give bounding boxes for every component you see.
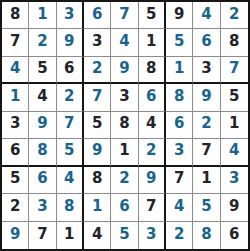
given-digit: 3 [92,34,102,49]
given-digit: 3 [201,61,211,76]
cell-r3c1[interactable]: 4 [2,57,29,84]
cell-r8c2[interactable]: 3 [29,194,56,221]
user-digit: 6 [201,34,211,49]
cell-r6c7[interactable]: 3 [166,139,193,166]
user-digit: 4 [64,171,74,186]
cell-r8c9[interactable]: 9 [221,194,248,221]
user-digit: 3 [37,199,47,214]
given-digit: 4 [146,116,156,131]
cell-r2c3[interactable]: 9 [57,29,84,56]
cell-r7c6[interactable]: 9 [139,167,166,194]
cell-r1c8[interactable]: 4 [193,2,220,29]
cell-r8c4[interactable]: 1 [84,194,111,221]
user-digit: 9 [10,227,20,242]
cell-r1c2[interactable]: 1 [29,2,56,29]
given-digit: 5 [146,7,156,22]
cell-r2c4[interactable]: 3 [84,29,111,56]
cell-r9c6[interactable]: 3 [139,222,166,249]
user-digit: 2 [229,7,239,22]
cell-r6c4[interactable]: 9 [84,139,111,166]
cell-r4c3[interactable]: 2 [57,84,84,111]
given-digit: 5 [229,89,239,104]
cell-r4c5[interactable]: 3 [111,84,138,111]
given-digit: 8 [10,7,20,22]
cell-r9c2[interactable]: 7 [29,222,56,249]
given-digit: 7 [174,171,184,186]
given-digit: 5 [10,171,20,186]
cell-r8c5[interactable]: 6 [111,194,138,221]
cell-r3c6[interactable]: 8 [139,57,166,84]
cell-r8c3[interactable]: 8 [57,194,84,221]
cell-r1c9[interactable]: 2 [221,2,248,29]
user-digit: 5 [174,34,184,49]
user-digit: 7 [92,89,102,104]
cell-r1c4[interactable]: 6 [84,2,111,29]
user-digit: 3 [64,7,74,22]
cell-r2c6[interactable]: 1 [139,29,166,56]
cell-r1c7[interactable]: 9 [166,2,193,29]
cell-r7c4[interactable]: 8 [84,167,111,194]
cell-r6c5[interactable]: 1 [111,139,138,166]
given-digit: 8 [229,34,239,49]
user-digit: 4 [174,199,184,214]
cell-r5c9[interactable]: 1 [221,112,248,139]
cell-r8c6[interactable]: 7 [139,194,166,221]
user-digit: 2 [119,171,129,186]
given-digit: 6 [64,61,74,76]
given-digit: 7 [10,34,20,49]
cell-r9c1[interactable]: 9 [2,222,29,249]
user-digit: 2 [37,34,47,49]
user-digit: 8 [37,143,47,158]
cell-r3c2[interactable]: 5 [29,57,56,84]
user-digit: 4 [201,7,211,22]
user-digit: 7 [229,61,239,76]
cell-r6c9[interactable]: 4 [221,139,248,166]
cell-r2c7[interactable]: 5 [166,29,193,56]
user-digit: 4 [119,34,129,49]
cell-r3c4[interactable]: 2 [84,57,111,84]
cell-r6c6[interactable]: 2 [139,139,166,166]
given-digit: 4 [92,227,102,242]
cell-r6c8[interactable]: 7 [193,139,220,166]
cell-r3c7[interactable]: 1 [166,57,193,84]
given-digit: 6 [229,227,239,242]
user-digit: 7 [64,116,74,131]
cell-r5c3[interactable]: 7 [57,112,84,139]
cell-r1c3[interactable]: 3 [57,2,84,29]
cell-r9c9[interactable]: 6 [221,222,248,249]
given-digit: 9 [229,199,239,214]
cell-r9c4[interactable]: 4 [84,222,111,249]
user-digit: 2 [174,227,184,242]
cell-r7c9[interactable]: 3 [221,167,248,194]
cell-r1c6[interactable]: 5 [139,2,166,29]
cell-r4c9[interactable]: 5 [221,84,248,111]
user-digit: 1 [174,61,184,76]
cell-r7c5[interactable]: 2 [111,167,138,194]
cell-r3c3[interactable]: 6 [57,57,84,84]
cell-r4c6[interactable]: 6 [139,84,166,111]
cell-r3c9[interactable]: 7 [221,57,248,84]
given-digit: 1 [64,227,74,242]
cell-r3c8[interactable]: 3 [193,57,220,84]
user-digit: 9 [201,89,211,104]
user-digit: 4 [10,61,20,76]
sudoku-board: 8136759427293415684562981371427368953975… [0,0,250,251]
cell-r4c2[interactable]: 4 [29,84,56,111]
cell-r4c4[interactable]: 7 [84,84,111,111]
given-digit: 2 [10,199,20,214]
user-digit: 8 [201,227,211,242]
given-digit: 9 [174,7,184,22]
cell-r9c8[interactable]: 8 [193,222,220,249]
given-digit: 3 [10,116,20,131]
given-digit: 5 [37,61,47,76]
given-digit: 1 [201,171,211,186]
cell-r6c3[interactable]: 5 [57,139,84,166]
given-digit: 1 [146,34,156,49]
user-digit: 5 [201,199,211,214]
given-digit: 6 [10,143,20,158]
given-digit: 1 [229,116,239,131]
given-digit: 8 [92,171,102,186]
cell-r1c1[interactable]: 8 [2,2,29,29]
user-digit: 9 [37,116,47,131]
cell-r5c4[interactable]: 5 [84,112,111,139]
user-digit: 2 [64,89,74,104]
cell-r5c5[interactable]: 8 [111,112,138,139]
given-digit: 7 [201,143,211,158]
user-digit: 5 [64,143,74,158]
user-digit: 6 [119,199,129,214]
cell-r7c8[interactable]: 1 [193,167,220,194]
cell-r2c8[interactable]: 6 [193,29,220,56]
given-digit: 8 [146,61,156,76]
user-digit: 4 [229,143,239,158]
user-digit: 1 [92,199,102,214]
cell-r2c2[interactable]: 2 [29,29,56,56]
given-digit: 7 [37,227,47,242]
user-digit: 2 [92,61,102,76]
cell-r2c9[interactable]: 8 [221,29,248,56]
cell-r2c5[interactable]: 4 [111,29,138,56]
cell-r6c1[interactable]: 6 [2,139,29,166]
cell-r5c2[interactable]: 9 [29,112,56,139]
cell-r5c1[interactable]: 3 [2,112,29,139]
cell-r3c5[interactable]: 9 [111,57,138,84]
cell-r7c2[interactable]: 6 [29,167,56,194]
user-digit: 6 [174,116,184,131]
given-digit: 8 [119,116,129,131]
user-digit: 9 [146,171,156,186]
user-digit: 6 [37,171,47,186]
cell-r8c1[interactable]: 2 [2,194,29,221]
given-digit: 7 [146,199,156,214]
cell-r8c7[interactable]: 4 [166,194,193,221]
cell-r6c2[interactable]: 8 [29,139,56,166]
user-digit: 5 [119,227,129,242]
cell-r4c7[interactable]: 8 [166,84,193,111]
user-digit: 9 [64,34,74,49]
cell-r7c3[interactable]: 4 [57,167,84,194]
user-digit: 1 [10,89,20,104]
user-digit: 6 [92,7,102,22]
user-digit: 8 [64,199,74,214]
cell-r5c8[interactable]: 2 [193,112,220,139]
user-digit: 7 [119,7,129,22]
user-digit: 3 [229,171,239,186]
cell-r5c6[interactable]: 4 [139,112,166,139]
user-digit: 2 [146,143,156,158]
cell-r2c1[interactable]: 7 [2,29,29,56]
given-digit: 1 [119,143,129,158]
given-digit: 3 [119,89,129,104]
user-digit: 9 [92,143,102,158]
cell-r4c8[interactable]: 9 [193,84,220,111]
cell-r8c8[interactable]: 5 [193,194,220,221]
given-digit: 4 [37,89,47,104]
cell-r9c5[interactable]: 5 [111,222,138,249]
cell-r1c5[interactable]: 7 [111,2,138,29]
user-digit: 1 [37,7,47,22]
user-digit: 3 [146,227,156,242]
cell-r7c1[interactable]: 5 [2,167,29,194]
user-digit: 6 [146,89,156,104]
cell-r5c7[interactable]: 6 [166,112,193,139]
user-digit: 8 [174,89,184,104]
given-digit: 5 [92,116,102,131]
cell-r7c7[interactable]: 7 [166,167,193,194]
cell-r9c7[interactable]: 2 [166,222,193,249]
user-digit: 9 [119,61,129,76]
user-digit: 2 [201,116,211,131]
cell-r4c1[interactable]: 1 [2,84,29,111]
user-digit: 3 [174,143,184,158]
cell-r9c3[interactable]: 1 [57,222,84,249]
